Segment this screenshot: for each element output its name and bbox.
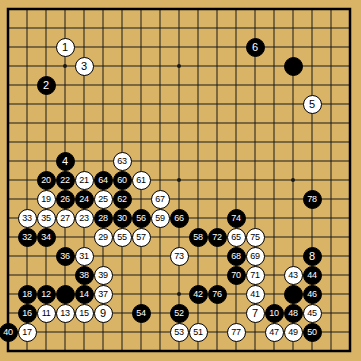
- stone-white-move-1: 1: [56, 38, 75, 57]
- move-number-label: 44: [307, 271, 316, 280]
- stone-black-move-72: 72: [208, 228, 227, 247]
- move-number-label: 34: [41, 233, 50, 242]
- stone-white-move-33: 33: [18, 209, 37, 228]
- move-number-label: 30: [117, 214, 126, 223]
- move-number-label: 14: [79, 290, 88, 299]
- stone-black-move-52: 52: [170, 304, 189, 323]
- move-number-label: 12: [41, 290, 50, 299]
- stone-black-move-58: 58: [189, 228, 208, 247]
- stone-black-move-60: 60: [113, 171, 132, 190]
- stone-white-move-45: 45: [303, 304, 322, 323]
- move-number-label: 69: [250, 252, 259, 261]
- stone-black-move-20: 20: [37, 171, 56, 190]
- stone-black-move-24: 24: [75, 190, 94, 209]
- stone-black-move-46: 46: [303, 285, 322, 304]
- move-number-label: 18: [22, 290, 31, 299]
- move-number-label: 11: [42, 309, 51, 318]
- move-number-label: 68: [231, 252, 240, 261]
- move-number-label: 46: [307, 290, 316, 299]
- move-number-label: 41: [250, 290, 259, 299]
- stone-black-move-54: 54: [132, 304, 151, 323]
- move-number-label: 62: [117, 195, 126, 204]
- stone-white-move-3: 3: [75, 57, 94, 76]
- move-number-label: 26: [60, 195, 69, 204]
- stone-black-move-64: 64: [94, 171, 113, 190]
- stone-black-move-56: 56: [132, 209, 151, 228]
- stone-white-move-35: 35: [37, 209, 56, 228]
- stone-white-move-37: 37: [94, 285, 113, 304]
- move-number-label: 55: [117, 233, 126, 242]
- move-number-label: 7: [252, 308, 258, 319]
- stone-black-move-38: 38: [75, 266, 94, 285]
- stone-white-move-69: 69: [246, 247, 265, 266]
- move-number-label: 48: [288, 309, 297, 318]
- move-number-label: 66: [174, 214, 183, 223]
- move-number-label: 27: [60, 214, 69, 223]
- move-number-label: 31: [79, 252, 88, 261]
- stone-white-move-71: 71: [246, 266, 265, 285]
- move-number-label: 42: [193, 290, 202, 299]
- stone-black-move-66: 66: [170, 209, 189, 228]
- move-number-label: 28: [98, 214, 107, 223]
- stone-white-move-13: 13: [56, 304, 75, 323]
- move-number-label: 50: [307, 328, 316, 337]
- stone-white-move-59: 59: [151, 209, 170, 228]
- stone-white-move-15: 15: [75, 304, 94, 323]
- stone-white-move-65: 65: [227, 228, 246, 247]
- move-number-label: 22: [60, 176, 69, 185]
- stone-white-move-75: 75: [246, 228, 265, 247]
- stone-black-move-22: 22: [56, 171, 75, 190]
- move-number-label: 8: [309, 251, 315, 262]
- stone-black-move-36: 36: [56, 247, 75, 266]
- stone-black-move-30: 30: [113, 209, 132, 228]
- move-number-label: 23: [79, 214, 88, 223]
- stone-white-move-41: 41: [246, 285, 265, 304]
- move-number-label: 25: [98, 195, 107, 204]
- stone-white-move-73: 73: [170, 247, 189, 266]
- move-number-label: 2: [43, 80, 49, 91]
- stone-white-move-55: 55: [113, 228, 132, 247]
- stone-black-move-4: 4: [56, 152, 75, 171]
- stone-black-move-42: 42: [189, 285, 208, 304]
- move-number-label: 29: [98, 233, 107, 242]
- stone-black-move-78: 78: [303, 190, 322, 209]
- move-number-label: 47: [269, 328, 278, 337]
- move-number-label: 19: [41, 195, 50, 204]
- move-number-label: 15: [79, 309, 88, 318]
- stone-white-move-67: 67: [151, 190, 170, 209]
- stone-white-move-7: 7: [246, 304, 265, 323]
- move-number-label: 16: [22, 309, 31, 318]
- stone-black-move-68: 68: [227, 247, 246, 266]
- stone-black-move-28: 28: [94, 209, 113, 228]
- move-number-label: 1: [62, 42, 68, 53]
- move-number-label: 49: [288, 328, 297, 337]
- move-number-label: 21: [79, 176, 88, 185]
- stone-black-move-34: 34: [37, 228, 56, 247]
- move-number-label: 6: [252, 42, 258, 53]
- stone-black-handicap: [56, 285, 75, 304]
- stone-white-move-51: 51: [189, 323, 208, 342]
- stone-white-move-31: 31: [75, 247, 94, 266]
- stone-black-handicap: [284, 57, 303, 76]
- move-number-label: 78: [307, 195, 316, 204]
- stone-white-move-49: 49: [284, 323, 303, 342]
- move-number-label: 5: [309, 99, 315, 110]
- stone-black-move-12: 12: [37, 285, 56, 304]
- stone-white-move-47: 47: [265, 323, 284, 342]
- move-number-label: 57: [136, 233, 145, 242]
- move-number-label: 58: [193, 233, 202, 242]
- stone-white-move-43: 43: [284, 266, 303, 285]
- stone-white-move-25: 25: [94, 190, 113, 209]
- stone-black-move-8: 8: [303, 247, 322, 266]
- stone-black-move-62: 62: [113, 190, 132, 209]
- stone-black-move-26: 26: [56, 190, 75, 209]
- move-number-label: 33: [22, 214, 31, 223]
- move-number-label: 45: [307, 309, 316, 318]
- move-number-label: 60: [117, 176, 126, 185]
- stone-white-move-11: 11: [37, 304, 56, 323]
- stone-black-move-32: 32: [18, 228, 37, 247]
- stone-white-move-27: 27: [56, 209, 75, 228]
- move-number-label: 39: [98, 271, 107, 280]
- move-number-label: 9: [100, 308, 106, 319]
- stone-black-move-48: 48: [284, 304, 303, 323]
- move-number-label: 17: [22, 328, 31, 337]
- move-number-label: 70: [231, 271, 240, 280]
- stone-white-move-17: 17: [18, 323, 37, 342]
- move-number-label: 35: [41, 214, 50, 223]
- move-number-label: 65: [231, 233, 240, 242]
- move-number-label: 32: [22, 233, 31, 242]
- move-number-label: 56: [136, 214, 145, 223]
- stone-black-move-44: 44: [303, 266, 322, 285]
- stone-white-move-61: 61: [132, 171, 151, 190]
- stone-black-move-2: 2: [37, 76, 56, 95]
- stones-layer: 1234567891011121314151617181920212223242…: [0, 0, 361, 361]
- move-number-label: 76: [212, 290, 221, 299]
- move-number-label: 71: [250, 271, 259, 280]
- stone-black-move-6: 6: [246, 38, 265, 57]
- move-number-label: 74: [231, 214, 240, 223]
- move-number-label: 40: [3, 328, 12, 337]
- move-number-label: 38: [79, 271, 88, 280]
- stone-white-move-23: 23: [75, 209, 94, 228]
- move-number-label: 36: [60, 252, 69, 261]
- stone-black-move-10: 10: [265, 304, 284, 323]
- move-number-label: 75: [250, 233, 259, 242]
- go-board-diagram: 1234567891011121314151617181920212223242…: [0, 0, 361, 361]
- stone-black-move-18: 18: [18, 285, 37, 304]
- stone-white-move-5: 5: [303, 95, 322, 114]
- stone-black-move-14: 14: [75, 285, 94, 304]
- move-number-label: 54: [136, 309, 145, 318]
- stone-white-move-77: 77: [227, 323, 246, 342]
- move-number-label: 59: [155, 214, 164, 223]
- stone-white-move-39: 39: [94, 266, 113, 285]
- move-number-label: 77: [231, 328, 240, 337]
- move-number-label: 24: [79, 195, 88, 204]
- stone-black-move-74: 74: [227, 209, 246, 228]
- stone-black-move-16: 16: [18, 304, 37, 323]
- move-number-label: 72: [212, 233, 221, 242]
- move-number-label: 43: [288, 271, 297, 280]
- move-number-label: 13: [60, 309, 69, 318]
- move-number-label: 73: [174, 252, 183, 261]
- stone-black-move-50: 50: [303, 323, 322, 342]
- stone-white-move-9: 9: [94, 304, 113, 323]
- move-number-label: 10: [269, 309, 278, 318]
- move-number-label: 51: [193, 328, 202, 337]
- stone-white-move-29: 29: [94, 228, 113, 247]
- move-number-label: 4: [62, 156, 68, 167]
- move-number-label: 52: [174, 309, 183, 318]
- stone-black-move-70: 70: [227, 266, 246, 285]
- stone-black-move-76: 76: [208, 285, 227, 304]
- move-number-label: 61: [136, 176, 145, 185]
- move-number-label: 67: [155, 195, 164, 204]
- stone-black-move-40: 40: [0, 323, 18, 342]
- move-number-label: 37: [98, 290, 107, 299]
- stone-white-move-57: 57: [132, 228, 151, 247]
- move-number-label: 53: [174, 328, 183, 337]
- move-number-label: 63: [117, 157, 126, 166]
- stone-white-move-63: 63: [113, 152, 132, 171]
- move-number-label: 20: [41, 176, 50, 185]
- stone-white-move-53: 53: [170, 323, 189, 342]
- stone-white-move-19: 19: [37, 190, 56, 209]
- stone-white-move-21: 21: [75, 171, 94, 190]
- stone-black-handicap: [284, 285, 303, 304]
- move-number-label: 64: [98, 176, 107, 185]
- move-number-label: 3: [81, 61, 87, 72]
